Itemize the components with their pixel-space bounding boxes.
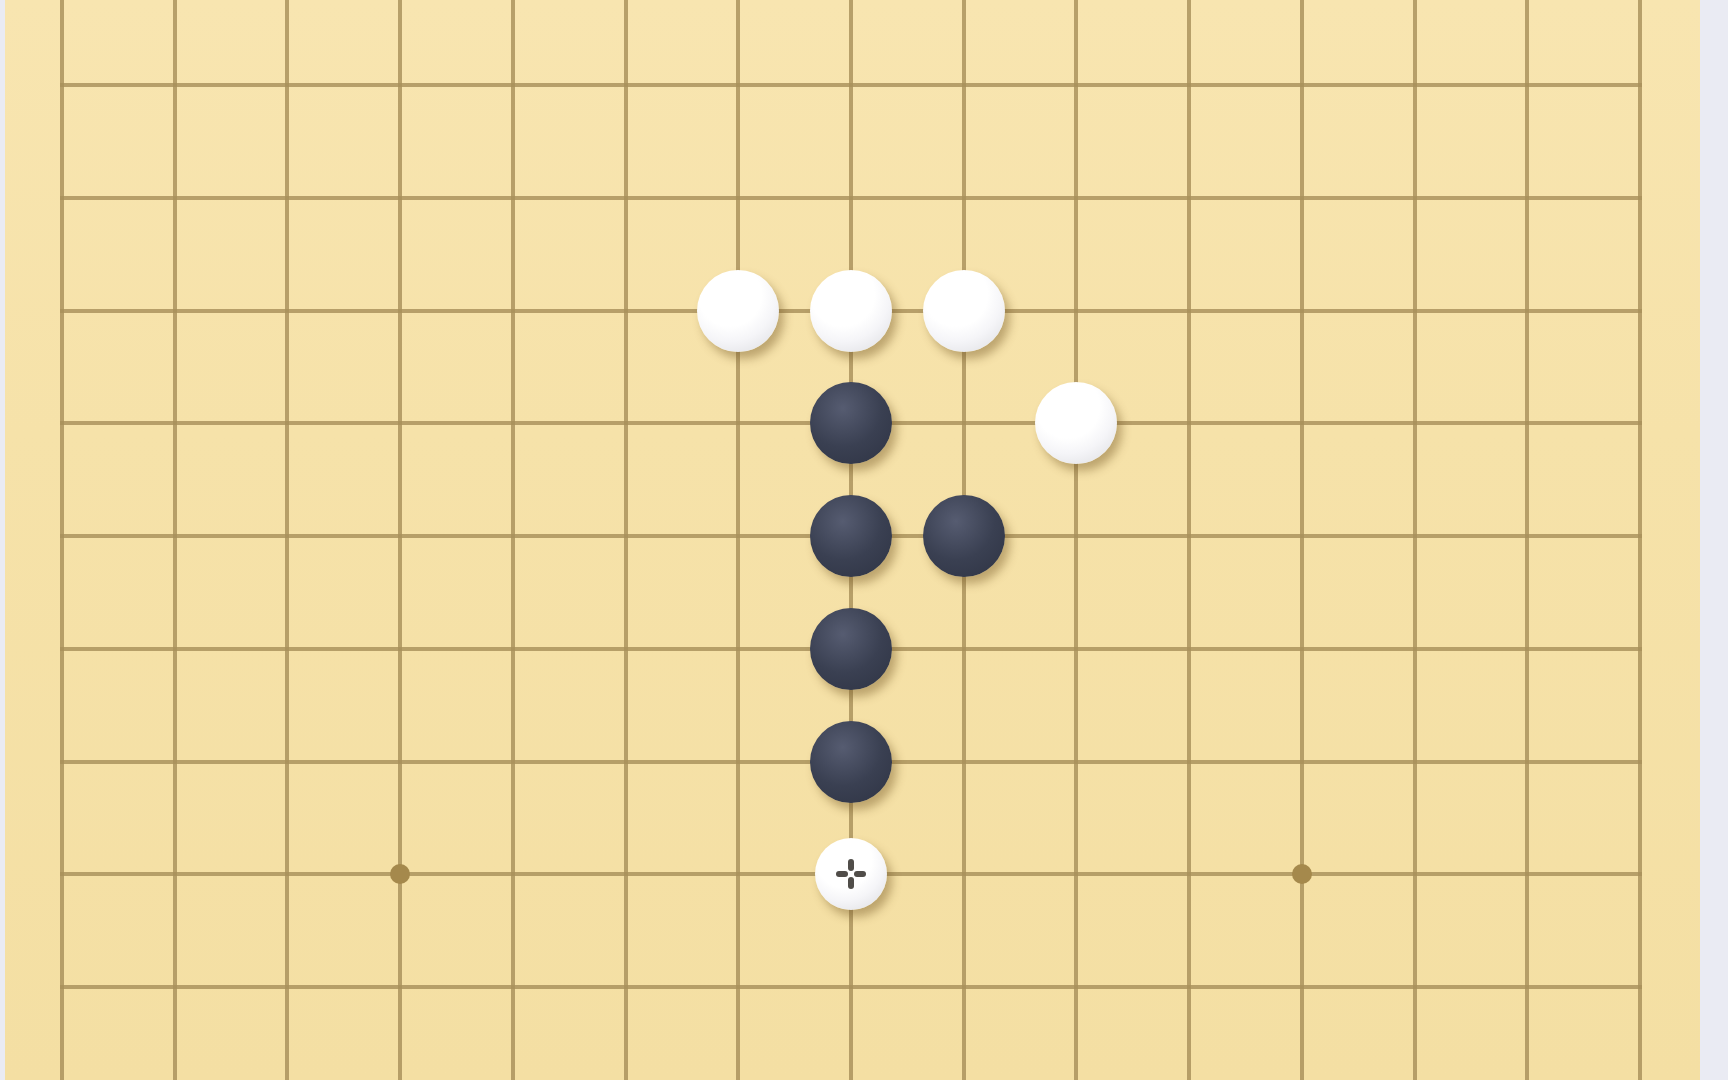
grid-line-vertical xyxy=(1187,0,1191,1080)
grid-line-vertical xyxy=(1300,0,1304,1080)
grid-line-horizontal xyxy=(60,985,1642,989)
grid-line-vertical xyxy=(285,0,289,1080)
white-stone xyxy=(1035,382,1117,464)
grid-line-vertical xyxy=(398,0,402,1080)
white-stone xyxy=(697,270,779,352)
black-stone xyxy=(810,608,892,690)
black-stone xyxy=(810,495,892,577)
white-stone xyxy=(815,838,887,910)
star-point xyxy=(390,864,410,884)
grid-line-horizontal xyxy=(60,196,1642,200)
grid-line-vertical xyxy=(1638,0,1642,1080)
last-move-marker-icon xyxy=(831,854,871,894)
white-stone xyxy=(923,270,1005,352)
app-screen xyxy=(0,0,1728,1080)
grid-line-vertical xyxy=(511,0,515,1080)
grid-line-vertical xyxy=(173,0,177,1080)
black-stone xyxy=(810,382,892,464)
white-stone xyxy=(810,270,892,352)
black-stone xyxy=(810,721,892,803)
grid-line-vertical xyxy=(1525,0,1529,1080)
grid-line-vertical xyxy=(1413,0,1417,1080)
grid-line-vertical xyxy=(736,0,740,1080)
grid-line-vertical xyxy=(60,0,64,1080)
star-point xyxy=(1292,864,1312,884)
grid-line-vertical xyxy=(624,0,628,1080)
grid-line-horizontal xyxy=(60,83,1642,87)
black-stone xyxy=(923,495,1005,577)
gomoku-board[interactable] xyxy=(5,0,1700,1080)
grid-line-vertical xyxy=(1074,0,1078,1080)
